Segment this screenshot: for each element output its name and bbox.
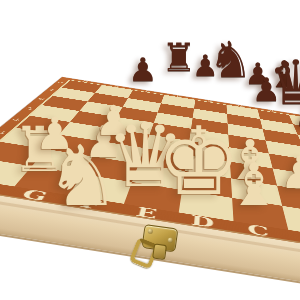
brass-latch[interactable] — [125, 220, 190, 270]
piece-black-rook-e8[interactable]: ♜ — [161, 38, 196, 77]
piece-white-bishop-c2[interactable]: ♝ — [228, 156, 280, 214]
piece-black-pawn-a6[interactable]: ♟ — [294, 96, 300, 132]
chess-set-photo: HGFEDCBA 87654321 HGFEDCBA ♜♟♞♟♟♛♟♚♝♝♟♟♜… — [0, 0, 300, 300]
piece-white-pawn-b3[interactable]: ♟ — [280, 151, 300, 195]
piece-black-pawn-f7[interactable]: ♟ — [128, 54, 157, 87]
latch-tongue-icon — [152, 243, 167, 260]
